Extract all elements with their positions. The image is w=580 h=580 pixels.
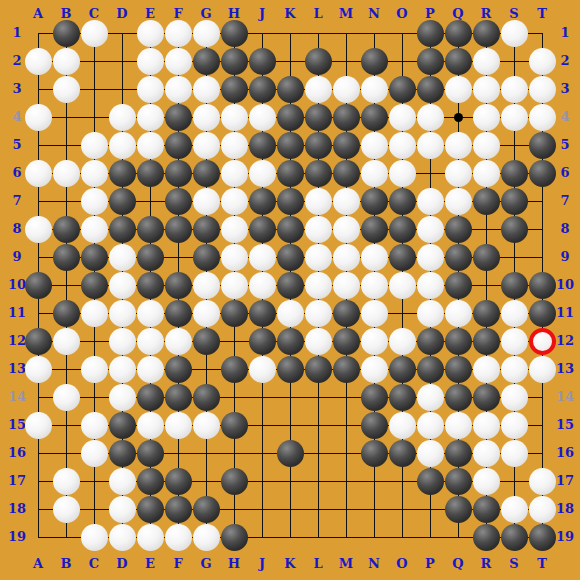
white-stone[interactable]	[249, 244, 276, 271]
row-label-left: 14	[4, 389, 30, 405]
column-label-top: D	[112, 6, 132, 22]
white-stone[interactable]	[445, 188, 472, 215]
white-stone[interactable]	[333, 188, 360, 215]
white-stone[interactable]	[389, 160, 416, 187]
black-stone[interactable]	[277, 188, 304, 215]
black-stone[interactable]	[361, 188, 388, 215]
white-stone[interactable]	[361, 272, 388, 299]
black-stone[interactable]	[473, 188, 500, 215]
black-stone[interactable]	[165, 356, 192, 383]
white-stone[interactable]	[25, 412, 52, 439]
row-label-right: 19	[552, 529, 578, 545]
black-stone[interactable]	[81, 272, 108, 299]
white-stone[interactable]	[193, 300, 220, 327]
white-stone[interactable]	[389, 132, 416, 159]
row-label-left: 3	[4, 81, 30, 97]
white-stone[interactable]	[473, 160, 500, 187]
white-stone[interactable]	[165, 48, 192, 75]
row-label-right: 11	[552, 305, 578, 321]
black-stone[interactable]	[137, 160, 164, 187]
white-stone[interactable]	[53, 160, 80, 187]
white-stone[interactable]	[221, 272, 248, 299]
white-stone[interactable]	[109, 300, 136, 327]
black-stone[interactable]	[249, 132, 276, 159]
white-stone[interactable]	[501, 328, 528, 355]
white-stone[interactable]	[333, 216, 360, 243]
white-stone[interactable]	[109, 496, 136, 523]
black-stone[interactable]	[473, 20, 500, 47]
white-stone[interactable]	[305, 244, 332, 271]
white-stone[interactable]	[473, 76, 500, 103]
white-stone[interactable]	[137, 132, 164, 159]
black-stone[interactable]	[249, 48, 276, 75]
white-stone[interactable]	[417, 300, 444, 327]
black-stone[interactable]	[305, 356, 332, 383]
black-stone[interactable]	[333, 328, 360, 355]
star-point	[454, 113, 463, 122]
white-stone[interactable]	[417, 132, 444, 159]
white-stone[interactable]	[137, 356, 164, 383]
white-stone[interactable]	[361, 132, 388, 159]
black-stone[interactable]	[193, 216, 220, 243]
black-stone[interactable]	[53, 300, 80, 327]
white-stone[interactable]	[445, 76, 472, 103]
black-stone[interactable]	[221, 20, 248, 47]
black-stone[interactable]	[501, 160, 528, 187]
white-stone[interactable]	[361, 300, 388, 327]
white-stone[interactable]	[361, 328, 388, 355]
black-stone[interactable]	[109, 412, 136, 439]
white-stone[interactable]	[109, 244, 136, 271]
white-stone[interactable]	[81, 412, 108, 439]
white-stone[interactable]	[109, 328, 136, 355]
row-label-right: 7	[552, 193, 578, 209]
black-stone[interactable]	[249, 300, 276, 327]
row-label-right: 2	[552, 53, 578, 69]
black-stone[interactable]	[361, 216, 388, 243]
black-stone[interactable]	[165, 160, 192, 187]
row-label-left: 5	[4, 137, 30, 153]
black-stone[interactable]	[109, 160, 136, 187]
white-stone[interactable]	[529, 496, 556, 523]
black-stone[interactable]	[221, 48, 248, 75]
white-stone[interactable]	[529, 356, 556, 383]
white-stone[interactable]	[333, 272, 360, 299]
white-stone[interactable]	[81, 356, 108, 383]
white-stone[interactable]	[389, 412, 416, 439]
white-stone[interactable]	[417, 188, 444, 215]
white-stone[interactable]	[361, 244, 388, 271]
white-stone[interactable]	[361, 76, 388, 103]
black-stone[interactable]	[389, 356, 416, 383]
black-stone[interactable]	[249, 328, 276, 355]
white-stone[interactable]	[137, 412, 164, 439]
column-label-bottom: A	[28, 556, 48, 572]
white-stone[interactable]	[109, 132, 136, 159]
white-stone[interactable]	[81, 300, 108, 327]
row-label-left: 11	[4, 305, 30, 321]
white-stone[interactable]	[473, 412, 500, 439]
white-stone[interactable]	[501, 20, 528, 47]
black-stone[interactable]	[305, 160, 332, 187]
white-stone[interactable]	[305, 188, 332, 215]
row-label-right: 9	[552, 249, 578, 265]
white-stone[interactable]	[193, 20, 220, 47]
black-stone[interactable]	[473, 524, 500, 551]
white-stone[interactable]	[53, 76, 80, 103]
white-stone[interactable]	[137, 328, 164, 355]
white-stone[interactable]	[25, 356, 52, 383]
white-stone[interactable]	[417, 104, 444, 131]
white-stone[interactable]	[165, 328, 192, 355]
white-stone[interactable]	[137, 300, 164, 327]
black-stone[interactable]	[137, 216, 164, 243]
white-stone[interactable]	[165, 412, 192, 439]
black-stone[interactable]	[165, 272, 192, 299]
row-label-right: 16	[552, 445, 578, 461]
column-label-bottom: K	[280, 556, 300, 572]
black-stone[interactable]	[221, 412, 248, 439]
white-stone[interactable]	[109, 524, 136, 551]
white-stone[interactable]	[193, 76, 220, 103]
black-stone[interactable]	[277, 76, 304, 103]
black-stone[interactable]	[221, 524, 248, 551]
white-stone[interactable]	[249, 104, 276, 131]
column-label-bottom: P	[420, 556, 440, 572]
white-stone[interactable]	[137, 524, 164, 551]
black-stone[interactable]	[333, 160, 360, 187]
black-stone[interactable]	[417, 468, 444, 495]
black-stone[interactable]	[165, 496, 192, 523]
black-stone[interactable]	[333, 300, 360, 327]
row-label-right: 5	[552, 137, 578, 153]
white-stone[interactable]	[305, 76, 332, 103]
white-stone[interactable]	[193, 524, 220, 551]
white-stone[interactable]	[529, 76, 556, 103]
white-stone[interactable]	[529, 104, 556, 131]
black-stone[interactable]	[389, 384, 416, 411]
grid-line-vertical	[66, 33, 67, 538]
black-stone[interactable]	[529, 132, 556, 159]
black-stone[interactable]	[361, 384, 388, 411]
white-stone[interactable]	[53, 384, 80, 411]
white-stone[interactable]	[473, 48, 500, 75]
white-stone[interactable]	[193, 272, 220, 299]
row-label-left: 16	[4, 445, 30, 461]
black-stone[interactable]	[277, 440, 304, 467]
black-stone[interactable]	[333, 356, 360, 383]
black-stone[interactable]	[137, 272, 164, 299]
black-stone[interactable]	[193, 48, 220, 75]
white-stone[interactable]	[417, 216, 444, 243]
white-stone[interactable]	[501, 76, 528, 103]
column-label-bottom: F	[168, 556, 188, 572]
black-stone[interactable]	[501, 272, 528, 299]
black-stone[interactable]	[473, 384, 500, 411]
row-label-right: 13	[552, 361, 578, 377]
black-stone[interactable]	[389, 188, 416, 215]
white-stone[interactable]	[81, 160, 108, 187]
white-stone[interactable]	[501, 440, 528, 467]
black-stone[interactable]	[389, 216, 416, 243]
white-stone[interactable]	[417, 244, 444, 271]
white-stone[interactable]	[109, 104, 136, 131]
black-stone[interactable]	[53, 216, 80, 243]
black-stone[interactable]	[109, 440, 136, 467]
white-stone[interactable]	[53, 468, 80, 495]
white-stone[interactable]	[81, 132, 108, 159]
black-stone[interactable]	[277, 244, 304, 271]
white-stone[interactable]	[445, 160, 472, 187]
black-stone[interactable]	[361, 412, 388, 439]
white-stone[interactable]	[137, 20, 164, 47]
black-stone[interactable]	[53, 244, 80, 271]
white-stone[interactable]	[165, 20, 192, 47]
black-stone[interactable]	[165, 104, 192, 131]
black-stone[interactable]	[305, 48, 332, 75]
black-stone[interactable]	[501, 188, 528, 215]
white-stone[interactable]	[501, 104, 528, 131]
white-stone[interactable]	[249, 272, 276, 299]
black-stone[interactable]	[445, 244, 472, 271]
white-stone[interactable]	[81, 440, 108, 467]
black-stone[interactable]	[165, 188, 192, 215]
white-stone[interactable]	[249, 356, 276, 383]
black-stone[interactable]	[389, 76, 416, 103]
white-stone[interactable]	[473, 104, 500, 131]
white-stone[interactable]	[305, 328, 332, 355]
black-stone[interactable]	[165, 216, 192, 243]
black-stone[interactable]	[445, 272, 472, 299]
black-stone[interactable]	[389, 440, 416, 467]
go-board[interactable]: AABBCCDDEEFFGGHHJJKKLLMMNNOOPPQQRRSSTT11…	[0, 0, 580, 580]
white-stone[interactable]	[501, 356, 528, 383]
row-label-left: 1	[4, 25, 30, 41]
white-stone[interactable]	[25, 48, 52, 75]
white-stone[interactable]	[417, 440, 444, 467]
white-stone[interactable]	[473, 440, 500, 467]
white-stone[interactable]	[221, 188, 248, 215]
white-stone[interactable]	[25, 216, 52, 243]
row-label-left: 9	[4, 249, 30, 265]
black-stone[interactable]	[137, 384, 164, 411]
white-stone[interactable]	[221, 104, 248, 131]
black-stone[interactable]	[473, 300, 500, 327]
column-label-bottom: C	[84, 556, 104, 572]
black-stone[interactable]	[445, 216, 472, 243]
black-stone[interactable]	[277, 104, 304, 131]
white-stone[interactable]	[445, 132, 472, 159]
black-stone[interactable]	[81, 244, 108, 271]
black-stone[interactable]	[137, 496, 164, 523]
black-stone[interactable]	[109, 188, 136, 215]
white-stone[interactable]	[81, 216, 108, 243]
black-stone[interactable]	[361, 104, 388, 131]
column-label-bottom: Q	[448, 556, 468, 572]
white-stone[interactable]	[473, 468, 500, 495]
black-stone[interactable]	[361, 48, 388, 75]
black-stone[interactable]	[25, 328, 52, 355]
black-stone[interactable]	[445, 440, 472, 467]
black-stone[interactable]	[529, 160, 556, 187]
white-stone[interactable]	[333, 76, 360, 103]
black-stone[interactable]	[165, 384, 192, 411]
white-stone[interactable]	[501, 300, 528, 327]
black-stone[interactable]	[445, 468, 472, 495]
black-stone[interactable]	[193, 384, 220, 411]
black-stone[interactable]	[445, 328, 472, 355]
white-stone[interactable]	[109, 468, 136, 495]
column-label-top: K	[280, 6, 300, 22]
black-stone[interactable]	[529, 272, 556, 299]
white-stone[interactable]	[137, 104, 164, 131]
white-stone[interactable]	[305, 300, 332, 327]
row-label-left: 19	[4, 529, 30, 545]
white-stone[interactable]	[361, 356, 388, 383]
white-stone[interactable]	[305, 216, 332, 243]
white-stone[interactable]	[53, 48, 80, 75]
white-stone[interactable]	[221, 216, 248, 243]
black-stone[interactable]	[333, 104, 360, 131]
black-stone[interactable]	[445, 20, 472, 47]
white-stone[interactable]	[305, 272, 332, 299]
black-stone[interactable]	[277, 272, 304, 299]
black-stone[interactable]	[221, 76, 248, 103]
black-stone[interactable]	[193, 160, 220, 187]
white-stone[interactable]	[109, 272, 136, 299]
black-stone[interactable]	[417, 48, 444, 75]
white-stone[interactable]	[193, 132, 220, 159]
white-stone[interactable]	[445, 300, 472, 327]
black-stone[interactable]	[193, 496, 220, 523]
black-stone[interactable]	[473, 496, 500, 523]
white-stone[interactable]	[501, 412, 528, 439]
black-stone[interactable]	[277, 356, 304, 383]
white-stone[interactable]	[417, 412, 444, 439]
black-stone[interactable]	[193, 328, 220, 355]
white-stone[interactable]	[165, 76, 192, 103]
white-stone[interactable]	[193, 104, 220, 131]
black-stone[interactable]	[277, 132, 304, 159]
black-stone[interactable]	[529, 300, 556, 327]
black-stone[interactable]	[249, 76, 276, 103]
black-stone[interactable]	[501, 216, 528, 243]
black-stone[interactable]	[417, 20, 444, 47]
black-stone[interactable]	[277, 328, 304, 355]
black-stone[interactable]	[305, 104, 332, 131]
black-stone[interactable]	[249, 216, 276, 243]
white-stone[interactable]	[333, 244, 360, 271]
black-stone[interactable]	[221, 300, 248, 327]
black-stone[interactable]	[221, 356, 248, 383]
white-stone[interactable]	[389, 328, 416, 355]
black-stone[interactable]	[137, 244, 164, 271]
black-stone[interactable]	[165, 132, 192, 159]
white-stone[interactable]	[221, 244, 248, 271]
black-stone[interactable]	[473, 244, 500, 271]
white-stone[interactable]	[445, 412, 472, 439]
white-stone[interactable]	[137, 48, 164, 75]
white-stone[interactable]	[25, 160, 52, 187]
white-stone[interactable]	[81, 524, 108, 551]
white-stone[interactable]	[193, 412, 220, 439]
column-label-top: J	[252, 6, 272, 22]
white-stone[interactable]	[53, 328, 80, 355]
white-stone[interactable]	[501, 384, 528, 411]
column-label-bottom: S	[504, 556, 524, 572]
white-stone[interactable]	[193, 188, 220, 215]
white-stone[interactable]	[361, 160, 388, 187]
last-move-white-stone[interactable]	[529, 328, 556, 355]
black-stone[interactable]	[109, 216, 136, 243]
white-stone[interactable]	[277, 300, 304, 327]
black-stone[interactable]	[25, 272, 52, 299]
white-stone[interactable]	[109, 356, 136, 383]
black-stone[interactable]	[445, 384, 472, 411]
black-stone[interactable]	[53, 20, 80, 47]
black-stone[interactable]	[137, 468, 164, 495]
white-stone[interactable]	[501, 496, 528, 523]
black-stone[interactable]	[501, 524, 528, 551]
black-stone[interactable]	[445, 356, 472, 383]
black-stone[interactable]	[445, 496, 472, 523]
row-label-left: 7	[4, 193, 30, 209]
black-stone[interactable]	[277, 216, 304, 243]
black-stone[interactable]	[165, 300, 192, 327]
white-stone[interactable]	[249, 160, 276, 187]
column-label-top: L	[308, 6, 328, 22]
white-stone[interactable]	[137, 76, 164, 103]
black-stone[interactable]	[305, 132, 332, 159]
black-stone[interactable]	[529, 524, 556, 551]
column-label-bottom: E	[140, 556, 160, 572]
white-stone[interactable]	[109, 384, 136, 411]
white-stone[interactable]	[221, 132, 248, 159]
black-stone[interactable]	[277, 160, 304, 187]
column-label-bottom: H	[224, 556, 244, 572]
white-stone[interactable]	[473, 132, 500, 159]
white-stone[interactable]	[53, 496, 80, 523]
black-stone[interactable]	[417, 76, 444, 103]
black-stone[interactable]	[417, 356, 444, 383]
black-stone[interactable]	[445, 48, 472, 75]
white-stone[interactable]	[165, 524, 192, 551]
black-stone[interactable]	[473, 328, 500, 355]
white-stone[interactable]	[81, 20, 108, 47]
black-stone[interactable]	[389, 244, 416, 271]
black-stone[interactable]	[137, 440, 164, 467]
black-stone[interactable]	[193, 244, 220, 271]
white-stone[interactable]	[389, 272, 416, 299]
column-label-top: N	[364, 6, 384, 22]
black-stone[interactable]	[249, 188, 276, 215]
white-stone[interactable]	[417, 384, 444, 411]
black-stone[interactable]	[221, 468, 248, 495]
white-stone[interactable]	[81, 188, 108, 215]
black-stone[interactable]	[361, 440, 388, 467]
white-stone[interactable]	[529, 48, 556, 75]
white-stone[interactable]	[529, 468, 556, 495]
white-stone[interactable]	[389, 104, 416, 131]
black-stone[interactable]	[165, 468, 192, 495]
row-label-left: 18	[4, 501, 30, 517]
white-stone[interactable]	[417, 272, 444, 299]
black-stone[interactable]	[333, 132, 360, 159]
white-stone[interactable]	[25, 104, 52, 131]
white-stone[interactable]	[221, 160, 248, 187]
black-stone[interactable]	[417, 328, 444, 355]
white-stone[interactable]	[473, 356, 500, 383]
